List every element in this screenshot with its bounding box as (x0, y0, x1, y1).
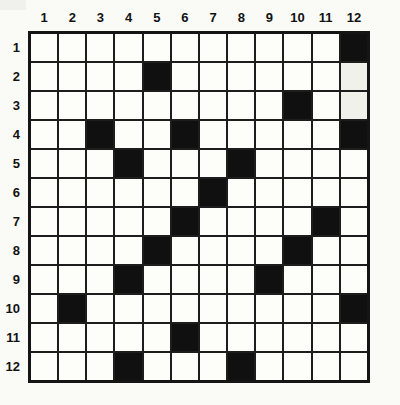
column-label: 1 (31, 5, 57, 29)
grid-cell[interactable] (172, 179, 198, 206)
block-cell (144, 63, 170, 90)
grid-cell[interactable] (31, 237, 57, 264)
puzzle-grid (28, 31, 370, 383)
grid-cell[interactable] (115, 92, 141, 119)
row-label: 4 (0, 121, 26, 148)
row-label: 7 (0, 208, 26, 235)
grid-cell[interactable] (31, 295, 57, 322)
block-cell (87, 121, 113, 148)
block-cell (59, 295, 85, 322)
grid-cell[interactable] (313, 34, 339, 61)
grid-cell[interactable] (228, 237, 254, 264)
row-label: 10 (0, 295, 26, 322)
grid-cell[interactable] (59, 92, 85, 119)
grid-cell[interactable] (172, 295, 198, 322)
grid-cell[interactable] (115, 295, 141, 322)
grid-cell[interactable] (59, 121, 85, 148)
grid-cell[interactable] (115, 34, 141, 61)
grid-cell[interactable] (172, 150, 198, 177)
grid-cell[interactable] (144, 92, 170, 119)
column-label: 8 (228, 5, 254, 29)
grid-cell[interactable] (87, 324, 113, 351)
grid-cell[interactable] (228, 121, 254, 148)
grid-cell[interactable] (228, 34, 254, 61)
grid-cell[interactable] (200, 266, 226, 293)
grid-cell[interactable] (341, 92, 367, 119)
grid-cell[interactable] (228, 208, 254, 235)
grid-cell[interactable] (341, 266, 367, 293)
row-label: 1 (0, 34, 26, 61)
grid-cell[interactable] (115, 63, 141, 90)
puzzle-page: 123456789101112 123456789101112 (0, 0, 400, 405)
grid-cell[interactable] (228, 324, 254, 351)
grid-cell[interactable] (341, 237, 367, 264)
grid-cell[interactable] (31, 324, 57, 351)
grid-cell[interactable] (87, 92, 113, 119)
grid-cell[interactable] (200, 34, 226, 61)
block-cell (172, 208, 198, 235)
row-label: 9 (0, 266, 26, 293)
grid-cell[interactable] (313, 150, 339, 177)
grid-cell[interactable] (341, 324, 367, 351)
grid-cell[interactable] (59, 353, 85, 380)
grid-cell[interactable] (284, 179, 310, 206)
grid-cell[interactable] (313, 353, 339, 380)
grid-cell[interactable] (144, 150, 170, 177)
grid-cell[interactable] (341, 150, 367, 177)
grid-cell[interactable] (228, 266, 254, 293)
block-cell (313, 208, 339, 235)
column-label: 6 (172, 5, 198, 29)
grid-cell[interactable] (144, 208, 170, 235)
grid-cell[interactable] (284, 63, 310, 90)
grid-cell[interactable] (256, 295, 282, 322)
grid-cell[interactable] (341, 353, 367, 380)
grid-cell[interactable] (200, 92, 226, 119)
row-label: 6 (0, 179, 26, 206)
grid-cell[interactable] (200, 237, 226, 264)
grid-cell[interactable] (31, 353, 57, 380)
grid-cell[interactable] (256, 208, 282, 235)
grid-cell[interactable] (144, 34, 170, 61)
column-label: 5 (144, 5, 170, 29)
grid-cell[interactable] (31, 92, 57, 119)
column-label: 4 (115, 5, 141, 29)
grid-cell[interactable] (313, 324, 339, 351)
grid-cell[interactable] (200, 63, 226, 90)
grid-cell[interactable] (87, 179, 113, 206)
grid-cell[interactable] (87, 208, 113, 235)
grid-cell[interactable] (87, 63, 113, 90)
grid-cell[interactable] (228, 63, 254, 90)
grid-cell[interactable] (284, 34, 310, 61)
grid-cell[interactable] (256, 324, 282, 351)
block-cell (115, 353, 141, 380)
row-label: 3 (0, 92, 26, 119)
grid-cell[interactable] (59, 179, 85, 206)
grid-cell[interactable] (284, 353, 310, 380)
grid-cell[interactable] (284, 208, 310, 235)
grid-cell[interactable] (200, 121, 226, 148)
block-cell (341, 295, 367, 322)
block-cell (115, 150, 141, 177)
grid-cell[interactable] (256, 237, 282, 264)
row-labels: 123456789101112 (0, 31, 26, 383)
grid-cell[interactable] (59, 34, 85, 61)
grid-cell[interactable] (284, 266, 310, 293)
grid-cell[interactable] (256, 92, 282, 119)
grid-cell[interactable] (200, 324, 226, 351)
grid-cell[interactable] (87, 150, 113, 177)
grid-cell[interactable] (228, 295, 254, 322)
block-cell (284, 92, 310, 119)
block-cell (172, 121, 198, 148)
row-label: 8 (0, 237, 26, 264)
grid-cell[interactable] (144, 179, 170, 206)
grid-cell[interactable] (256, 121, 282, 148)
column-label: 2 (59, 5, 85, 29)
grid-cell[interactable] (59, 237, 85, 264)
block-cell (172, 324, 198, 351)
block-cell (200, 179, 226, 206)
grid-cell[interactable] (144, 324, 170, 351)
block-cell (341, 34, 367, 61)
grid-cell[interactable] (59, 63, 85, 90)
grid-cell[interactable] (172, 34, 198, 61)
block-cell (228, 150, 254, 177)
grid-cell[interactable] (228, 179, 254, 206)
row-label: 11 (0, 324, 26, 351)
grid-cell[interactable] (31, 150, 57, 177)
row-label: 5 (0, 150, 26, 177)
grid-cell[interactable] (172, 266, 198, 293)
grid-cell[interactable] (87, 353, 113, 380)
grid-cell[interactable] (313, 92, 339, 119)
grid-cell[interactable] (115, 179, 141, 206)
column-label: 11 (313, 5, 339, 29)
grid-cell[interactable] (200, 150, 226, 177)
row-label: 2 (0, 63, 26, 90)
block-cell (115, 266, 141, 293)
grid-cell[interactable] (115, 324, 141, 351)
column-label: 9 (256, 5, 282, 29)
grid-cell[interactable] (313, 121, 339, 148)
grid-cell[interactable] (313, 266, 339, 293)
grid-cell[interactable] (115, 121, 141, 148)
grid-cell[interactable] (172, 237, 198, 264)
block-cell (284, 237, 310, 264)
grid-cell[interactable] (87, 34, 113, 61)
block-cell (341, 121, 367, 148)
grid-cell[interactable] (284, 324, 310, 351)
grid-cell[interactable] (256, 150, 282, 177)
grid-cell[interactable] (341, 63, 367, 90)
column-label: 7 (200, 5, 226, 29)
grid-cell[interactable] (284, 295, 310, 322)
column-label: 12 (341, 5, 367, 29)
grid-cell[interactable] (31, 121, 57, 148)
grid-cell[interactable] (313, 63, 339, 90)
grid-cell[interactable] (200, 208, 226, 235)
grid-cell[interactable] (31, 34, 57, 61)
grid-cell[interactable] (256, 179, 282, 206)
grid-cell[interactable] (31, 179, 57, 206)
grid-cell[interactable] (144, 266, 170, 293)
grid-cell[interactable] (144, 353, 170, 380)
grid-cell[interactable] (228, 92, 254, 119)
scan-artifact (0, 0, 26, 10)
grid-cell[interactable] (144, 121, 170, 148)
grid-cell[interactable] (59, 324, 85, 351)
grid-cell[interactable] (87, 295, 113, 322)
block-cell (228, 353, 254, 380)
column-label: 3 (87, 5, 113, 29)
grid-cell[interactable] (59, 208, 85, 235)
grid-cell[interactable] (313, 179, 339, 206)
grid-cell[interactable] (341, 208, 367, 235)
grid-cell[interactable] (115, 208, 141, 235)
grid-cell[interactable] (87, 266, 113, 293)
grid-cell[interactable] (200, 353, 226, 380)
grid-cell[interactable] (31, 266, 57, 293)
grid-cell[interactable] (144, 295, 170, 322)
block-cell (144, 237, 170, 264)
grid-cell[interactable] (313, 237, 339, 264)
column-labels: 123456789101112 (28, 5, 370, 29)
grid-cell[interactable] (313, 295, 339, 322)
row-label: 12 (0, 353, 26, 380)
grid-cell[interactable] (284, 121, 310, 148)
grid-cell[interactable] (31, 63, 57, 90)
grid-cell[interactable] (59, 266, 85, 293)
grid-cell[interactable] (87, 237, 113, 264)
grid-cell[interactable] (31, 208, 57, 235)
grid-cell[interactable] (172, 353, 198, 380)
block-cell (256, 266, 282, 293)
grid-cell[interactable] (172, 63, 198, 90)
grid-cell[interactable] (115, 237, 141, 264)
grid-cell[interactable] (256, 353, 282, 380)
grid-cell[interactable] (59, 150, 85, 177)
grid-cell[interactable] (341, 179, 367, 206)
grid-cell[interactable] (256, 63, 282, 90)
grid-cell[interactable] (172, 92, 198, 119)
column-label: 10 (284, 5, 310, 29)
grid-cell[interactable] (284, 150, 310, 177)
grid-cell[interactable] (200, 295, 226, 322)
grid-cell[interactable] (256, 34, 282, 61)
